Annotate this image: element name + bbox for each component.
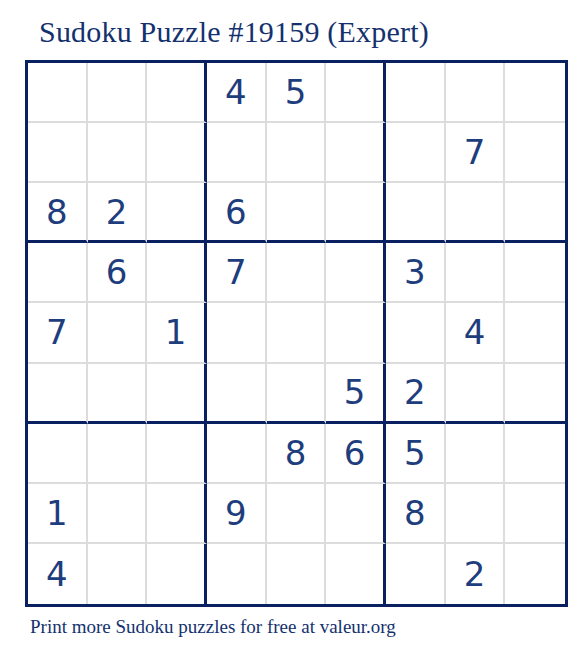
sudoku-cell-r1c4: 4 [207,63,267,123]
sudoku-cell-r2c5 [267,123,327,183]
sudoku-cell-r7c8 [446,424,506,484]
sudoku-cell-r4c6 [326,243,386,303]
sudoku-cell-r2c7 [386,123,446,183]
sudoku-cell-r8c3 [147,484,207,544]
sudoku-cell-r9c5 [267,544,327,604]
footer-text: Print more Sudoku puzzles for free at va… [30,616,396,638]
sudoku-cell-r2c6 [326,123,386,183]
sudoku-cell-r4c3 [147,243,207,303]
sudoku-cell-r9c2 [88,544,148,604]
sudoku-cell-r5c4 [207,303,267,363]
sudoku-cell-r8c2 [88,484,148,544]
sudoku-cell-r9c4 [207,544,267,604]
sudoku-cell-r6c4 [207,364,267,424]
sudoku-cell-r5c6 [326,303,386,363]
sudoku-cell-r3c7 [386,183,446,243]
sudoku-cell-r8c6 [326,484,386,544]
sudoku-cell-r9c1: 4 [28,544,88,604]
sudoku-cell-r1c7 [386,63,446,123]
sudoku-cell-r1c5: 5 [267,63,327,123]
sudoku-cell-r3c6 [326,183,386,243]
sudoku-cell-r2c3 [147,123,207,183]
sudoku-cell-r5c5 [267,303,327,363]
sudoku-cell-r4c7: 3 [386,243,446,303]
sudoku-cell-r9c9 [505,544,565,604]
sudoku-cell-r1c8 [446,63,506,123]
sudoku-cell-r2c1 [28,123,88,183]
sudoku-cell-r9c3 [147,544,207,604]
sudoku-grid: 4578266737145286519842 [25,60,568,607]
sudoku-cell-r7c1 [28,424,88,484]
sudoku-cell-r6c8 [446,364,506,424]
sudoku-cell-r3c8 [446,183,506,243]
sudoku-cell-r4c9 [505,243,565,303]
sudoku-cell-r7c7: 5 [386,424,446,484]
sudoku-cell-r9c6 [326,544,386,604]
sudoku-cell-r9c8: 2 [446,544,506,604]
sudoku-cell-r6c7: 2 [386,364,446,424]
sudoku-cell-r7c6: 6 [326,424,386,484]
sudoku-cell-r5c7 [386,303,446,363]
sudoku-cell-r4c2: 6 [88,243,148,303]
sudoku-cell-r7c5: 8 [267,424,327,484]
sudoku-cell-r7c9 [505,424,565,484]
sudoku-cell-r8c4: 9 [207,484,267,544]
sudoku-cell-r5c8: 4 [446,303,506,363]
sudoku-cell-r8c5 [267,484,327,544]
sudoku-cell-r2c9 [505,123,565,183]
sudoku-cell-r5c1: 7 [28,303,88,363]
sudoku-cell-r7c4 [207,424,267,484]
sudoku-cell-r6c3 [147,364,207,424]
sudoku-cell-r8c8 [446,484,506,544]
sudoku-cell-r3c9 [505,183,565,243]
sudoku-cell-r5c3: 1 [147,303,207,363]
sudoku-cell-r1c1 [28,63,88,123]
sudoku-cell-r4c5 [267,243,327,303]
sudoku-cell-r2c2 [88,123,148,183]
sudoku-cell-r4c4: 7 [207,243,267,303]
sudoku-cell-r6c2 [88,364,148,424]
sudoku-cell-r8c7: 8 [386,484,446,544]
sudoku-cell-r3c1: 8 [28,183,88,243]
sudoku-cell-r6c5 [267,364,327,424]
sudoku-cell-r6c6: 5 [326,364,386,424]
sudoku-cell-r1c3 [147,63,207,123]
sudoku-cell-r4c1 [28,243,88,303]
sudoku-cell-r2c8: 7 [446,123,506,183]
sudoku-cell-r4c8 [446,243,506,303]
sudoku-cell-r5c2 [88,303,148,363]
sudoku-cell-r7c3 [147,424,207,484]
sudoku-cell-r3c2: 2 [88,183,148,243]
sudoku-cell-r8c1: 1 [28,484,88,544]
sudoku-cell-r2c4 [207,123,267,183]
sudoku-cell-r3c4: 6 [207,183,267,243]
sudoku-cell-r5c9 [505,303,565,363]
sudoku-cell-r6c1 [28,364,88,424]
sudoku-cell-r8c9 [505,484,565,544]
sudoku-cell-r9c7 [386,544,446,604]
sudoku-cell-r1c9 [505,63,565,123]
sudoku-cell-r3c5 [267,183,327,243]
sudoku-cell-r3c3 [147,183,207,243]
sudoku-cell-r7c2 [88,424,148,484]
sudoku-cell-r1c6 [326,63,386,123]
sudoku-cell-r1c2 [88,63,148,123]
page-title: Sudoku Puzzle #19159 (Expert) [39,15,429,49]
sudoku-cell-r6c9 [505,364,565,424]
